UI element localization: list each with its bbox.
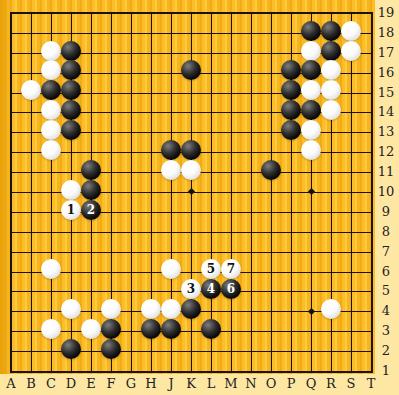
coord-letter-S: S <box>341 376 361 391</box>
coord-number-14: 14 <box>376 104 396 120</box>
coord-letter-Q: Q <box>301 376 321 391</box>
stone-white-Q12[interactable] <box>301 140 321 160</box>
coord-number-4: 4 <box>376 303 396 319</box>
stone-black-F3[interactable] <box>101 319 121 339</box>
coord-letter-P: P <box>281 376 301 391</box>
stone-white-C12[interactable] <box>41 140 61 160</box>
stone-white-K5[interactable]: 3 <box>181 279 201 299</box>
move-number-4: 4 <box>201 279 221 299</box>
coord-number-16: 16 <box>376 65 396 81</box>
move-number-6: 6 <box>221 279 241 299</box>
stone-black-J3[interactable] <box>161 319 181 339</box>
stone-white-Q17[interactable] <box>301 41 321 61</box>
coord-number-17: 17 <box>376 45 396 61</box>
coord-letter-E: E <box>81 376 101 391</box>
stone-white-Q13[interactable] <box>301 120 321 140</box>
stone-white-D9[interactable]: 1 <box>61 200 81 220</box>
coord-number-11: 11 <box>376 164 396 180</box>
coord-letter-R: R <box>321 376 341 391</box>
stone-black-E9[interactable]: 2 <box>81 200 101 220</box>
stone-black-K12[interactable] <box>181 140 201 160</box>
stone-white-K11[interactable] <box>181 160 201 180</box>
stone-black-P13[interactable] <box>281 120 301 140</box>
move-number-5: 5 <box>201 259 221 279</box>
coord-letter-B: B <box>21 376 41 391</box>
stone-black-D2[interactable] <box>61 339 81 359</box>
coord-letter-N: N <box>241 376 261 391</box>
coord-number-7: 7 <box>376 244 396 260</box>
coord-letter-C: C <box>41 376 61 391</box>
stone-black-E11[interactable] <box>81 160 101 180</box>
go-game-screen: 1257346 ABCDEFGHJKLMNOPQRST 191817161514… <box>0 0 399 395</box>
stone-black-E10[interactable] <box>81 180 101 200</box>
stone-black-F2[interactable] <box>101 339 121 359</box>
stone-black-J12[interactable] <box>161 140 181 160</box>
move-number-1: 1 <box>61 200 81 220</box>
coord-letter-O: O <box>261 376 281 391</box>
move-number-7: 7 <box>221 259 241 279</box>
stone-white-J11[interactable] <box>161 160 181 180</box>
stone-black-Q18[interactable] <box>301 21 321 41</box>
stone-white-H4[interactable] <box>141 299 161 319</box>
stone-white-M6[interactable]: 7 <box>221 259 241 279</box>
coord-number-10: 10 <box>376 184 396 200</box>
coord-letter-M: M <box>221 376 241 391</box>
stone-black-K4[interactable] <box>181 299 201 319</box>
move-number-2: 2 <box>81 200 101 220</box>
stone-black-M5[interactable]: 6 <box>221 279 241 299</box>
stone-black-O11[interactable] <box>261 160 281 180</box>
coord-letter-A: A <box>1 376 21 391</box>
coord-number-13: 13 <box>376 124 396 140</box>
coord-number-12: 12 <box>376 144 396 160</box>
coord-letter-F: F <box>101 376 121 391</box>
stone-black-R17[interactable] <box>321 41 341 61</box>
stone-white-S17[interactable] <box>341 41 361 61</box>
stone-white-D10[interactable] <box>61 180 81 200</box>
coord-letter-K: K <box>181 376 201 391</box>
stone-white-S18[interactable] <box>341 21 361 41</box>
stone-black-R18[interactable] <box>321 21 341 41</box>
coord-number-5: 5 <box>376 283 396 299</box>
board-left-edge-shade <box>0 0 7 374</box>
coord-number-8: 8 <box>376 224 396 240</box>
stone-white-F4[interactable] <box>101 299 121 319</box>
stone-black-D13[interactable] <box>61 120 81 140</box>
coord-letter-G: G <box>121 376 141 391</box>
coord-number-19: 19 <box>376 5 396 21</box>
stone-white-D4[interactable] <box>61 299 81 319</box>
stone-white-C17[interactable] <box>41 41 61 61</box>
stone-white-C13[interactable] <box>41 120 61 140</box>
stone-black-H3[interactable] <box>141 319 161 339</box>
move-number-3: 3 <box>181 279 201 299</box>
stone-black-D17[interactable] <box>61 41 81 61</box>
coord-number-15: 15 <box>376 85 396 101</box>
coord-letter-J: J <box>161 376 181 391</box>
stone-white-J4[interactable] <box>161 299 181 319</box>
coord-number-18: 18 <box>376 25 396 41</box>
coord-letter-L: L <box>201 376 221 391</box>
stone-white-C3[interactable] <box>41 319 61 339</box>
stone-black-L3[interactable] <box>201 319 221 339</box>
stone-black-L5[interactable]: 4 <box>201 279 221 299</box>
coord-number-3: 3 <box>376 323 396 339</box>
stone-white-R4[interactable] <box>321 299 341 319</box>
coord-number-1: 1 <box>376 363 396 379</box>
coord-number-2: 2 <box>376 343 396 359</box>
stone-white-L6[interactable]: 5 <box>201 259 221 279</box>
coord-letter-D: D <box>61 376 81 391</box>
stone-white-E3[interactable] <box>81 319 101 339</box>
coord-letter-H: H <box>141 376 161 391</box>
coord-number-9: 9 <box>376 204 396 220</box>
coord-number-6: 6 <box>376 264 396 280</box>
